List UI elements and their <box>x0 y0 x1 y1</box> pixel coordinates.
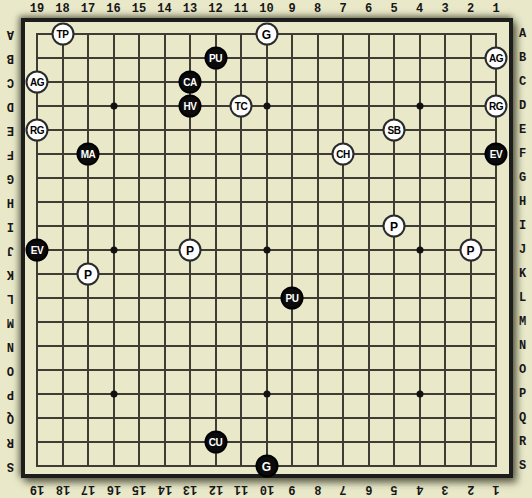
stone-black-17-F[interactable]: MA <box>77 143 100 166</box>
right-label-O: O <box>515 363 530 377</box>
stone-white-17-K[interactable]: P <box>77 263 100 286</box>
left-label-H: H <box>3 195 18 209</box>
right-label-M: M <box>515 315 530 329</box>
stone-white-19-C[interactable]: AG <box>26 71 49 94</box>
stone-black-10-S[interactable]: G <box>255 455 278 478</box>
left-label-Q: Q <box>3 411 18 425</box>
right-label-A: A <box>515 27 530 41</box>
star-point <box>110 247 117 254</box>
left-label-L: L <box>3 291 18 305</box>
stone-black-1-F[interactable]: EV <box>485 143 508 166</box>
left-label-I: I <box>3 219 18 233</box>
right-label-C: C <box>515 75 530 89</box>
goban-grid[interactable] <box>37 34 496 466</box>
grid-line-vertical <box>393 33 395 467</box>
top-label-5: 5 <box>381 2 407 16</box>
star-point <box>110 103 117 110</box>
grid-line-vertical <box>368 33 370 467</box>
stone-white-18-A[interactable]: TP <box>51 23 74 46</box>
star-point <box>263 391 270 398</box>
bottom-label-2: 2 <box>458 482 484 496</box>
bottom-label-15: 15 <box>126 482 152 496</box>
star-point <box>416 391 423 398</box>
top-label-7: 7 <box>330 2 356 16</box>
left-label-M: M <box>3 315 18 329</box>
bottom-label-6: 6 <box>356 482 382 496</box>
go-board-screen: TPGPUAGAGCAHVTCRGRGSBMACHEVPEVPPPPUCUG 1… <box>0 0 532 498</box>
stone-white-5-E[interactable]: SB <box>383 119 406 142</box>
bottom-label-17: 17 <box>75 482 101 496</box>
bottom-label-3: 3 <box>432 482 458 496</box>
bottom-label-4: 4 <box>407 482 433 496</box>
top-label-2: 2 <box>458 2 484 16</box>
left-label-O: O <box>3 363 18 377</box>
right-label-D: D <box>515 99 530 113</box>
grid-line-vertical <box>317 33 319 467</box>
stone-black-19-J[interactable]: EV <box>26 239 49 262</box>
stone-black-9-L[interactable]: PU <box>281 287 304 310</box>
left-label-C: C <box>3 75 18 89</box>
bottom-label-9: 9 <box>279 482 305 496</box>
stone-white-2-J[interactable]: P <box>459 239 482 262</box>
top-label-13: 13 <box>177 2 203 16</box>
star-point <box>416 103 423 110</box>
stone-black-12-R[interactable]: CU <box>204 431 227 454</box>
left-label-J: J <box>3 243 18 257</box>
top-label-10: 10 <box>254 2 280 16</box>
right-label-J: J <box>515 243 530 257</box>
bottom-label-7: 7 <box>330 482 356 496</box>
bottom-label-5: 5 <box>381 482 407 496</box>
stone-white-10-A[interactable]: G <box>255 23 278 46</box>
stone-white-7-F[interactable]: CH <box>332 143 355 166</box>
grid-line-vertical <box>342 33 344 467</box>
grid-line-horizontal <box>36 321 497 323</box>
top-label-3: 3 <box>432 2 458 16</box>
stone-black-13-C[interactable]: CA <box>179 71 202 94</box>
stone-white-1-B[interactable]: AG <box>485 47 508 70</box>
left-label-S: S <box>3 459 18 473</box>
stone-white-1-D[interactable]: RG <box>485 95 508 118</box>
bottom-label-18: 18 <box>50 482 76 496</box>
right-label-P: P <box>515 387 530 401</box>
stone-white-13-J[interactable]: P <box>179 239 202 262</box>
top-label-8: 8 <box>305 2 331 16</box>
bottom-label-19: 19 <box>24 482 50 496</box>
top-label-11: 11 <box>228 2 254 16</box>
right-label-K: K <box>515 267 530 281</box>
left-label-D: D <box>3 99 18 113</box>
top-label-1: 1 <box>483 2 509 16</box>
stone-white-11-D[interactable]: TC <box>230 95 253 118</box>
right-label-B: B <box>515 51 530 65</box>
grid-line-horizontal <box>36 273 497 275</box>
grid-line-horizontal <box>36 297 497 299</box>
right-label-G: G <box>515 171 530 185</box>
right-label-I: I <box>515 219 530 233</box>
top-label-15: 15 <box>126 2 152 16</box>
top-label-6: 6 <box>356 2 382 16</box>
grid-line-horizontal <box>36 417 497 419</box>
left-label-E: E <box>3 123 18 137</box>
star-point <box>416 247 423 254</box>
top-label-14: 14 <box>152 2 178 16</box>
grid-line-vertical <box>291 33 293 467</box>
right-label-Q: Q <box>515 411 530 425</box>
bottom-label-12: 12 <box>203 482 229 496</box>
star-point <box>263 103 270 110</box>
stone-white-5-I[interactable]: P <box>383 215 406 238</box>
bottom-label-10: 10 <box>254 482 280 496</box>
right-label-F: F <box>515 147 530 161</box>
left-label-R: R <box>3 435 18 449</box>
bottom-label-13: 13 <box>177 482 203 496</box>
left-label-A: A <box>3 27 18 41</box>
top-label-18: 18 <box>50 2 76 16</box>
right-label-H: H <box>515 195 530 209</box>
stone-black-12-B[interactable]: PU <box>204 47 227 70</box>
right-label-R: R <box>515 435 530 449</box>
left-label-K: K <box>3 267 18 281</box>
left-label-G: G <box>3 171 18 185</box>
left-label-B: B <box>3 51 18 65</box>
right-label-L: L <box>515 291 530 305</box>
bottom-label-14: 14 <box>152 482 178 496</box>
grid-line-horizontal <box>36 441 497 443</box>
top-label-4: 4 <box>407 2 433 16</box>
bottom-label-1: 1 <box>483 482 509 496</box>
star-point <box>263 247 270 254</box>
bottom-label-11: 11 <box>228 482 254 496</box>
left-label-P: P <box>3 387 18 401</box>
star-point <box>110 391 117 398</box>
right-label-S: S <box>515 459 530 473</box>
top-label-12: 12 <box>203 2 229 16</box>
bottom-label-16: 16 <box>101 482 127 496</box>
grid-line-vertical <box>444 33 446 467</box>
left-label-N: N <box>3 339 18 353</box>
right-label-N: N <box>515 339 530 353</box>
stone-black-13-D[interactable]: HV <box>179 95 202 118</box>
left-label-F: F <box>3 147 18 161</box>
bottom-label-8: 8 <box>305 482 331 496</box>
right-label-E: E <box>515 123 530 137</box>
top-label-19: 19 <box>24 2 50 16</box>
grid-line-horizontal <box>36 369 497 371</box>
top-label-17: 17 <box>75 2 101 16</box>
grid-line-horizontal <box>36 345 497 347</box>
stone-white-19-E[interactable]: RG <box>26 119 49 142</box>
top-label-16: 16 <box>101 2 127 16</box>
top-label-9: 9 <box>279 2 305 16</box>
